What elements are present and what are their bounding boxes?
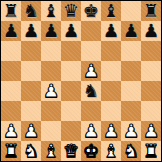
piece-white-queen[interactable]: ♛ (63, 141, 79, 161)
square-f2[interactable]: ♟ (101, 121, 121, 141)
square-c2[interactable] (41, 121, 61, 141)
square-c5[interactable] (41, 61, 61, 81)
square-f7[interactable]: ♟ (101, 21, 121, 41)
square-c1[interactable]: ♝ (41, 141, 61, 161)
square-b2[interactable]: ♟ (21, 121, 41, 141)
square-a3[interactable] (1, 101, 21, 121)
square-d2[interactable] (61, 121, 81, 141)
square-a4[interactable] (1, 81, 21, 101)
square-b8[interactable]: ♞ (21, 1, 41, 21)
square-c6[interactable] (41, 41, 61, 61)
square-f8[interactable]: ♝ (101, 1, 121, 21)
square-g4[interactable] (121, 81, 141, 101)
piece-black-pawn[interactable]: ♟ (23, 21, 39, 41)
square-b1[interactable]: ♞ (21, 141, 41, 161)
square-g5[interactable] (121, 61, 141, 81)
square-h4[interactable] (141, 81, 161, 101)
piece-white-pawn[interactable]: ♟ (3, 121, 19, 141)
piece-white-bishop[interactable]: ♝ (43, 141, 59, 161)
square-a2[interactable]: ♟ (1, 121, 21, 141)
piece-black-pawn[interactable]: ♟ (103, 21, 119, 41)
square-c7[interactable]: ♟ (41, 21, 61, 41)
piece-white-bishop[interactable]: ♝ (103, 141, 119, 161)
square-g7[interactable]: ♟ (121, 21, 141, 41)
square-e7[interactable] (81, 21, 101, 41)
square-c8[interactable]: ♝ (41, 1, 61, 21)
square-g6[interactable] (121, 41, 141, 61)
square-b5[interactable] (21, 61, 41, 81)
square-b4[interactable] (21, 81, 41, 101)
piece-white-knight[interactable]: ♞ (123, 141, 139, 161)
piece-white-rook[interactable]: ♜ (3, 141, 19, 161)
square-e8[interactable]: ♚ (81, 1, 101, 21)
square-d1[interactable]: ♛ (61, 141, 81, 161)
square-g8[interactable] (121, 1, 141, 21)
square-e4[interactable]: ♞ (81, 81, 101, 101)
piece-white-pawn[interactable]: ♟ (103, 121, 119, 141)
square-a8[interactable]: ♜ (1, 1, 21, 21)
piece-black-pawn[interactable]: ♟ (143, 21, 159, 41)
square-d7[interactable]: ♟ (61, 21, 81, 41)
square-a5[interactable] (1, 61, 21, 81)
piece-black-queen[interactable]: ♛ (63, 1, 79, 21)
piece-white-pawn[interactable]: ♟ (23, 121, 39, 141)
square-d5[interactable] (61, 61, 81, 81)
square-d8[interactable]: ♛ (61, 1, 81, 21)
piece-black-pawn[interactable]: ♟ (63, 21, 79, 41)
square-b3[interactable] (21, 101, 41, 121)
square-e5[interactable]: ♟ (81, 61, 101, 81)
piece-white-pawn[interactable]: ♟ (143, 121, 159, 141)
square-e2[interactable]: ♟ (81, 121, 101, 141)
piece-white-pawn[interactable]: ♟ (123, 121, 139, 141)
square-h5[interactable] (141, 61, 161, 81)
piece-black-pawn[interactable]: ♟ (3, 21, 19, 41)
square-h1[interactable]: ♜ (141, 141, 161, 161)
square-g1[interactable]: ♞ (121, 141, 141, 161)
piece-black-pawn[interactable]: ♟ (43, 21, 59, 41)
piece-black-pawn[interactable]: ♟ (123, 21, 139, 41)
square-c3[interactable] (41, 101, 61, 121)
chess-board: ♜♞♝♛♚♝♜♟♟♟♟♟♟♟♟♟♞♟♟♟♟♟♟♜♞♝♛♚♝♞♜ (0, 0, 162, 162)
square-a1[interactable]: ♜ (1, 141, 21, 161)
square-f1[interactable]: ♝ (101, 141, 121, 161)
piece-black-rook[interactable]: ♜ (3, 1, 19, 21)
square-b6[interactable] (21, 41, 41, 61)
square-a7[interactable]: ♟ (1, 21, 21, 41)
square-e1[interactable]: ♚ (81, 141, 101, 161)
square-f3[interactable] (101, 101, 121, 121)
piece-black-knight[interactable]: ♞ (83, 81, 99, 101)
square-d4[interactable] (61, 81, 81, 101)
piece-white-pawn[interactable]: ♟ (83, 121, 99, 141)
piece-white-king[interactable]: ♚ (83, 141, 99, 161)
square-e3[interactable] (81, 101, 101, 121)
square-a6[interactable] (1, 41, 21, 61)
square-d6[interactable] (61, 41, 81, 61)
square-h3[interactable] (141, 101, 161, 121)
square-g2[interactable]: ♟ (121, 121, 141, 141)
square-g3[interactable] (121, 101, 141, 121)
square-e6[interactable] (81, 41, 101, 61)
piece-white-pawn[interactable]: ♟ (83, 61, 99, 81)
piece-black-bishop[interactable]: ♝ (43, 1, 59, 21)
piece-white-pawn[interactable]: ♟ (43, 81, 59, 101)
square-f6[interactable] (101, 41, 121, 61)
square-f4[interactable] (101, 81, 121, 101)
square-c4[interactable]: ♟ (41, 81, 61, 101)
square-h6[interactable] (141, 41, 161, 61)
piece-white-knight[interactable]: ♞ (23, 141, 39, 161)
piece-black-rook[interactable]: ♜ (143, 1, 159, 21)
square-f5[interactable] (101, 61, 121, 81)
piece-black-bishop[interactable]: ♝ (103, 1, 119, 21)
square-b7[interactable]: ♟ (21, 21, 41, 41)
piece-black-knight[interactable]: ♞ (23, 1, 39, 21)
square-h8[interactable]: ♜ (141, 1, 161, 21)
piece-black-king[interactable]: ♚ (83, 1, 99, 21)
piece-white-rook[interactable]: ♜ (143, 141, 159, 161)
square-h2[interactable]: ♟ (141, 121, 161, 141)
square-d3[interactable] (61, 101, 81, 121)
square-h7[interactable]: ♟ (141, 21, 161, 41)
